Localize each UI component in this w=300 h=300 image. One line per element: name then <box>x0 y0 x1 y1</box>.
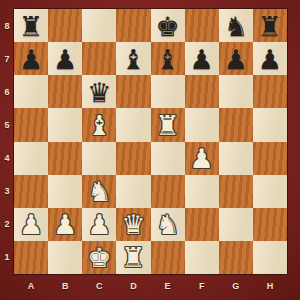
piece-white-bishop[interactable]: ♝ <box>82 108 116 141</box>
rank-label-7: 7 <box>0 42 14 75</box>
piece-white-queen[interactable]: ♛ <box>116 208 150 241</box>
square-a5[interactable] <box>14 108 48 141</box>
square-c3[interactable]: ♞ <box>82 175 116 208</box>
piece-white-pawn[interactable]: ♟ <box>14 208 48 241</box>
square-f4[interactable]: ♟ <box>185 142 219 175</box>
square-h7[interactable]: ♟ <box>253 42 287 75</box>
rank-labels: 87654321 <box>0 9 14 274</box>
square-g2[interactable] <box>219 208 253 241</box>
rank-label-1: 1 <box>0 241 14 274</box>
piece-black-rook[interactable]: ♜ <box>253 9 287 42</box>
square-e8[interactable]: ♚ <box>151 9 185 42</box>
square-b7[interactable]: ♟ <box>48 42 82 75</box>
piece-black-pawn[interactable]: ♟ <box>219 42 253 75</box>
square-a8[interactable]: ♜ <box>14 9 48 42</box>
square-d3[interactable] <box>116 175 150 208</box>
piece-black-king[interactable]: ♚ <box>151 9 185 42</box>
rank-label-4: 4 <box>0 142 14 175</box>
rank-label-5: 5 <box>0 108 14 141</box>
square-d4[interactable] <box>116 142 150 175</box>
rank-label-3: 3 <box>0 175 14 208</box>
square-f1[interactable] <box>185 241 219 274</box>
piece-black-knight[interactable]: ♞ <box>219 9 253 42</box>
square-h4[interactable] <box>253 142 287 175</box>
square-c2[interactable]: ♟ <box>82 208 116 241</box>
rank-label-6: 6 <box>0 75 14 108</box>
piece-white-pawn[interactable]: ♟ <box>82 208 116 241</box>
square-g1[interactable] <box>219 241 253 274</box>
square-g7[interactable]: ♟ <box>219 42 253 75</box>
square-b3[interactable] <box>48 175 82 208</box>
square-a2[interactable]: ♟ <box>14 208 48 241</box>
piece-white-knight[interactable]: ♞ <box>151 208 185 241</box>
square-e3[interactable] <box>151 175 185 208</box>
square-f5[interactable] <box>185 108 219 141</box>
square-a1[interactable] <box>14 241 48 274</box>
square-f6[interactable] <box>185 75 219 108</box>
piece-black-rook[interactable]: ♜ <box>14 9 48 42</box>
square-b2[interactable]: ♟ <box>48 208 82 241</box>
square-b8[interactable] <box>48 9 82 42</box>
piece-black-queen[interactable]: ♛ <box>82 75 116 108</box>
square-h8[interactable]: ♜ <box>253 9 287 42</box>
piece-white-rook[interactable]: ♜ <box>116 241 150 274</box>
square-h2[interactable] <box>253 208 287 241</box>
square-e1[interactable] <box>151 241 185 274</box>
piece-black-pawn[interactable]: ♟ <box>185 42 219 75</box>
square-a7[interactable]: ♟ <box>14 42 48 75</box>
square-a6[interactable] <box>14 75 48 108</box>
square-g8[interactable]: ♞ <box>219 9 253 42</box>
square-e2[interactable]: ♞ <box>151 208 185 241</box>
square-b1[interactable] <box>48 241 82 274</box>
piece-black-bishop[interactable]: ♝ <box>116 42 150 75</box>
square-e7[interactable]: ♝ <box>151 42 185 75</box>
square-e6[interactable] <box>151 75 185 108</box>
square-c5[interactable]: ♝ <box>82 108 116 141</box>
square-f2[interactable] <box>185 208 219 241</box>
square-b6[interactable] <box>48 75 82 108</box>
piece-white-rook[interactable]: ♜ <box>151 108 185 141</box>
piece-black-pawn[interactable]: ♟ <box>14 42 48 75</box>
chess-board: ♜♚♞♜♟♟♝♝♟♟♟♛♝♜♟♞♟♟♟♛♞♚♜ <box>14 9 287 274</box>
square-e4[interactable] <box>151 142 185 175</box>
square-a3[interactable] <box>14 175 48 208</box>
square-e5[interactable]: ♜ <box>151 108 185 141</box>
square-h1[interactable] <box>253 241 287 274</box>
rank-label-8: 8 <box>0 9 14 42</box>
file-label-F: F <box>185 274 219 297</box>
square-d8[interactable] <box>116 9 150 42</box>
file-label-B: B <box>48 274 82 297</box>
file-label-G: G <box>219 274 253 297</box>
square-b4[interactable] <box>48 142 82 175</box>
square-d5[interactable] <box>116 108 150 141</box>
chess-diagram: 87654321 ♜♚♞♜♟♟♝♝♟♟♟♛♝♜♟♞♟♟♟♛♞♚♜ ABCDEFG… <box>0 0 300 300</box>
piece-black-bishop[interactable]: ♝ <box>151 42 185 75</box>
piece-black-pawn[interactable]: ♟ <box>48 42 82 75</box>
piece-white-pawn[interactable]: ♟ <box>185 142 219 175</box>
square-d6[interactable] <box>116 75 150 108</box>
square-c4[interactable] <box>82 142 116 175</box>
square-b5[interactable] <box>48 108 82 141</box>
square-a4[interactable] <box>14 142 48 175</box>
square-d7[interactable]: ♝ <box>116 42 150 75</box>
square-g4[interactable] <box>219 142 253 175</box>
file-labels: ABCDEFGH <box>14 274 287 297</box>
piece-white-pawn[interactable]: ♟ <box>48 208 82 241</box>
square-c1[interactable]: ♚ <box>82 241 116 274</box>
square-d2[interactable]: ♛ <box>116 208 150 241</box>
square-f3[interactable] <box>185 175 219 208</box>
square-g6[interactable] <box>219 75 253 108</box>
square-c6[interactable]: ♛ <box>82 75 116 108</box>
square-d1[interactable]: ♜ <box>116 241 150 274</box>
square-h3[interactable] <box>253 175 287 208</box>
square-f8[interactable] <box>185 9 219 42</box>
square-h5[interactable] <box>253 108 287 141</box>
piece-white-king[interactable]: ♚ <box>82 241 116 274</box>
square-f7[interactable]: ♟ <box>185 42 219 75</box>
square-g5[interactable] <box>219 108 253 141</box>
rank-label-2: 2 <box>0 208 14 241</box>
file-label-A: A <box>14 274 48 297</box>
file-label-D: D <box>116 274 150 297</box>
piece-white-knight[interactable]: ♞ <box>82 175 116 208</box>
square-h6[interactable] <box>253 75 287 108</box>
piece-black-pawn[interactable]: ♟ <box>253 42 287 75</box>
square-c7[interactable] <box>82 42 116 75</box>
square-c8[interactable] <box>82 9 116 42</box>
file-label-H: H <box>253 274 287 297</box>
file-label-C: C <box>82 274 116 297</box>
square-g3[interactable] <box>219 175 253 208</box>
file-label-E: E <box>151 274 185 297</box>
